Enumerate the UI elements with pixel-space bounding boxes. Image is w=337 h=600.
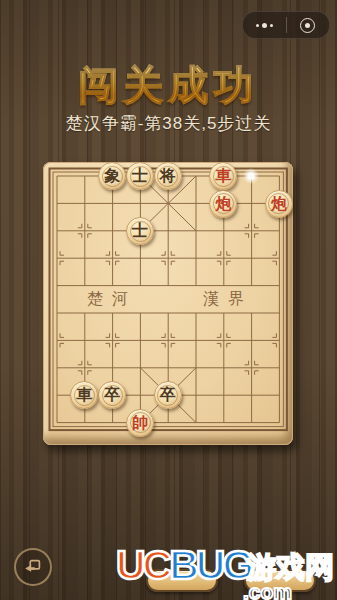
page-title: 闯关成功 (0, 60, 337, 110)
piece-red-cannon[interactable]: 炮 (265, 190, 293, 218)
app-screen: 闯关成功 楚汉争霸-第38关,5步过关 楚河 漢界 象士将車炮炮士車卒卒帥 UC… (0, 0, 337, 600)
exit-button[interactable] (287, 12, 330, 38)
piece-red-chariot[interactable]: 車 (209, 162, 237, 190)
pieces-layer: 象士将車炮炮士車卒卒帥 (43, 162, 293, 436)
xiangqi-board[interactable]: 楚河 漢界 象士将車炮炮士車卒卒帥 (43, 162, 293, 445)
more-button[interactable] (243, 12, 286, 38)
next-action-button[interactable] (244, 569, 316, 592)
replay-action-button[interactable] (146, 569, 218, 592)
wechat-capsule (242, 11, 330, 39)
level-subtitle: 楚汉争霸-第38关,5步过关 (0, 112, 337, 135)
last-move-marker (243, 168, 259, 184)
exit-target-icon (300, 18, 315, 33)
piece-black-general[interactable]: 将 (154, 162, 182, 190)
piece-red-general[interactable]: 帥 (126, 409, 154, 437)
piece-black-advisor[interactable]: 士 (126, 162, 154, 190)
more-dots-icon (256, 23, 273, 28)
piece-black-elephant[interactable]: 象 (98, 162, 126, 190)
piece-red-cannon[interactable]: 炮 (209, 190, 237, 218)
piece-black-pawn[interactable]: 卒 (98, 381, 126, 409)
piece-black-chariot[interactable]: 車 (70, 381, 98, 409)
undo-button[interactable] (14, 548, 52, 586)
piece-black-advisor[interactable]: 士 (126, 217, 154, 245)
piece-black-pawn[interactable]: 卒 (154, 381, 182, 409)
undo-arrow-icon (22, 556, 44, 578)
